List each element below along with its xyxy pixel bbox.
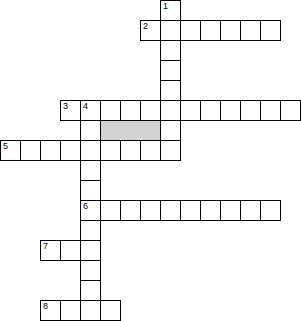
cell-r7c2[interactable] — [40, 140, 61, 161]
clue-number-5: 5 — [3, 141, 8, 151]
cell-r12c2[interactable]: 7 — [40, 240, 61, 261]
cell-r10c10[interactable] — [200, 200, 221, 221]
crossword-grid: 12345678 — [0, 0, 301, 321]
clue-number-2: 2 — [143, 21, 148, 31]
cell-r5c12[interactable] — [240, 100, 261, 121]
cell-r5c3[interactable]: 3 — [60, 100, 81, 121]
cell-r1c11[interactable] — [220, 20, 241, 41]
cell-r15c3[interactable] — [60, 300, 81, 321]
cell-r10c5[interactable] — [100, 200, 121, 221]
cell-r5c5[interactable] — [100, 100, 121, 121]
cell-r13c4[interactable] — [80, 260, 101, 281]
cell-r7c0[interactable]: 5 — [0, 140, 21, 161]
clue-number-8: 8 — [43, 301, 48, 311]
cell-r7c5[interactable] — [100, 140, 121, 161]
cell-r1c7[interactable]: 2 — [140, 20, 161, 41]
cell-r10c7[interactable] — [140, 200, 161, 221]
cell-r1c9[interactable] — [180, 20, 201, 41]
cell-r0c8[interactable]: 1 — [160, 0, 181, 21]
clue-number-7: 7 — [43, 241, 48, 251]
clue-number-1: 1 — [163, 1, 168, 11]
cell-r15c5[interactable] — [100, 300, 121, 321]
cell-r5c13[interactable] — [260, 100, 281, 121]
cell-r12c3[interactable] — [60, 240, 81, 261]
cell-r5c9[interactable] — [180, 100, 201, 121]
cell-r7c6[interactable] — [120, 140, 141, 161]
shaded-block — [100, 120, 161, 141]
cell-r9c4[interactable] — [80, 180, 101, 201]
cell-r10c4[interactable]: 6 — [80, 200, 101, 221]
cell-r3c8[interactable] — [160, 60, 181, 81]
cell-r7c7[interactable] — [140, 140, 161, 161]
cell-r5c11[interactable] — [220, 100, 241, 121]
cell-r11c4[interactable] — [80, 220, 101, 241]
cell-r4c8[interactable] — [160, 80, 181, 101]
cell-r7c1[interactable] — [20, 140, 41, 161]
cell-r6c4[interactable] — [80, 120, 101, 141]
cell-r10c9[interactable] — [180, 200, 201, 221]
cell-r5c6[interactable] — [120, 100, 141, 121]
cell-r8c4[interactable] — [80, 160, 101, 181]
cell-r6c8[interactable] — [160, 120, 181, 141]
cell-r1c8[interactable] — [160, 20, 181, 41]
cell-r5c14[interactable] — [280, 100, 301, 121]
cell-r2c8[interactable] — [160, 40, 181, 61]
cell-r1c10[interactable] — [200, 20, 221, 41]
cell-r7c8[interactable] — [160, 140, 181, 161]
cell-r1c13[interactable] — [260, 20, 281, 41]
cell-r7c3[interactable] — [60, 140, 81, 161]
cell-r1c12[interactable] — [240, 20, 261, 41]
cell-r15c4[interactable] — [80, 300, 101, 321]
cell-r5c7[interactable] — [140, 100, 161, 121]
cell-r10c6[interactable] — [120, 200, 141, 221]
cell-r10c13[interactable] — [260, 200, 281, 221]
cell-r5c8[interactable] — [160, 100, 181, 121]
cell-r15c2[interactable]: 8 — [40, 300, 61, 321]
cell-r12c4[interactable] — [80, 240, 101, 261]
cell-r5c10[interactable] — [200, 100, 221, 121]
clue-number-6: 6 — [83, 201, 88, 211]
cell-r10c12[interactable] — [240, 200, 261, 221]
cell-r5c4[interactable]: 4 — [80, 100, 101, 121]
cell-r14c4[interactable] — [80, 280, 101, 301]
clue-number-4: 4 — [83, 101, 88, 111]
cell-r10c8[interactable] — [160, 200, 181, 221]
cell-r7c4[interactable] — [80, 140, 101, 161]
cell-r10c11[interactable] — [220, 200, 241, 221]
clue-number-3: 3 — [63, 101, 68, 111]
